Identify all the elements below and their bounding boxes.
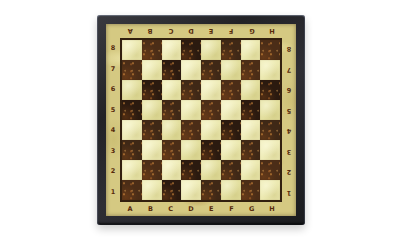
square-d7[interactable] — [181, 60, 201, 80]
square-h5[interactable] — [260, 100, 280, 120]
square-c1[interactable] — [162, 180, 182, 200]
rank-label-left: 5 — [106, 100, 120, 121]
square-g5[interactable] — [241, 100, 261, 120]
chessboard-coordinate-border: ABCDEFGH ABCDEFGH 87654321 87654321 — [106, 24, 296, 216]
file-label-top: C — [161, 24, 181, 38]
square-f7[interactable] — [221, 60, 241, 80]
file-label-top: H — [262, 24, 282, 38]
rank-label-right: 8 — [282, 38, 296, 59]
photo-background: ABCDEFGH ABCDEFGH 87654321 87654321 — [0, 0, 400, 240]
file-labels-bottom: ABCDEFGH — [120, 202, 282, 216]
file-label-top: A — [120, 24, 140, 38]
rank-label-left: 4 — [106, 120, 120, 141]
square-h7[interactable] — [260, 60, 280, 80]
rank-label-left: 1 — [106, 182, 120, 203]
square-e1[interactable] — [201, 180, 221, 200]
square-e5[interactable] — [201, 100, 221, 120]
square-b3[interactable] — [142, 140, 162, 160]
file-label-top: F — [221, 24, 241, 38]
file-label-bottom: B — [140, 202, 160, 216]
square-g7[interactable] — [241, 60, 261, 80]
square-e4[interactable] — [201, 120, 221, 140]
rank-label-right: 3 — [282, 141, 296, 162]
rank-label-left: 6 — [106, 79, 120, 100]
square-b4[interactable] — [142, 120, 162, 140]
square-a7[interactable] — [122, 60, 142, 80]
square-f2[interactable] — [221, 160, 241, 180]
file-label-bottom: H — [262, 202, 282, 216]
rank-label-left: 3 — [106, 141, 120, 162]
square-b7[interactable] — [142, 60, 162, 80]
rank-label-right: 4 — [282, 120, 296, 141]
square-d6[interactable] — [181, 80, 201, 100]
square-e8[interactable] — [201, 40, 221, 60]
file-label-top: D — [181, 24, 201, 38]
square-e7[interactable] — [201, 60, 221, 80]
square-d1[interactable] — [181, 180, 201, 200]
square-h2[interactable] — [260, 160, 280, 180]
file-label-top: E — [201, 24, 221, 38]
square-a6[interactable] — [122, 80, 142, 100]
rank-label-left: 8 — [106, 38, 120, 59]
file-label-bottom: G — [242, 202, 262, 216]
square-a2[interactable] — [122, 160, 142, 180]
square-h8[interactable] — [260, 40, 280, 60]
square-g4[interactable] — [241, 120, 261, 140]
square-g2[interactable] — [241, 160, 261, 180]
square-b2[interactable] — [142, 160, 162, 180]
rank-label-right: 2 — [282, 161, 296, 182]
square-h3[interactable] — [260, 140, 280, 160]
file-label-bottom: A — [120, 202, 140, 216]
square-c2[interactable] — [162, 160, 182, 180]
square-a1[interactable] — [122, 180, 142, 200]
rank-label-left: 2 — [106, 161, 120, 182]
rank-label-right: 1 — [282, 182, 296, 203]
square-b8[interactable] — [142, 40, 162, 60]
square-g6[interactable] — [241, 80, 261, 100]
square-c5[interactable] — [162, 100, 182, 120]
square-b1[interactable] — [142, 180, 162, 200]
chessboard-frame: ABCDEFGH ABCDEFGH 87654321 87654321 — [97, 15, 305, 225]
rank-labels-left: 87654321 — [106, 38, 120, 202]
square-d5[interactable] — [181, 100, 201, 120]
square-h6[interactable] — [260, 80, 280, 100]
rank-labels-right: 87654321 — [282, 38, 296, 202]
square-d8[interactable] — [181, 40, 201, 60]
file-label-bottom: E — [201, 202, 221, 216]
square-c4[interactable] — [162, 120, 182, 140]
square-a5[interactable] — [122, 100, 142, 120]
chessboard-grid — [120, 38, 282, 202]
square-d4[interactable] — [181, 120, 201, 140]
square-f1[interactable] — [221, 180, 241, 200]
square-c6[interactable] — [162, 80, 182, 100]
square-c7[interactable] — [162, 60, 182, 80]
file-label-bottom: C — [161, 202, 181, 216]
square-e3[interactable] — [201, 140, 221, 160]
file-labels-top: ABCDEFGH — [120, 24, 282, 38]
file-label-top: B — [140, 24, 160, 38]
file-label-bottom: F — [221, 202, 241, 216]
square-g8[interactable] — [241, 40, 261, 60]
rank-label-left: 7 — [106, 59, 120, 80]
square-b6[interactable] — [142, 80, 162, 100]
square-h4[interactable] — [260, 120, 280, 140]
square-f6[interactable] — [221, 80, 241, 100]
square-h1[interactable] — [260, 180, 280, 200]
rank-label-right: 6 — [282, 79, 296, 100]
square-g1[interactable] — [241, 180, 261, 200]
square-f8[interactable] — [221, 40, 241, 60]
square-f3[interactable] — [221, 140, 241, 160]
square-e6[interactable] — [201, 80, 221, 100]
square-d3[interactable] — [181, 140, 201, 160]
square-a8[interactable] — [122, 40, 142, 60]
square-b5[interactable] — [142, 100, 162, 120]
square-a4[interactable] — [122, 120, 142, 140]
square-f4[interactable] — [221, 120, 241, 140]
square-d2[interactable] — [181, 160, 201, 180]
square-c3[interactable] — [162, 140, 182, 160]
square-e2[interactable] — [201, 160, 221, 180]
square-f5[interactable] — [221, 100, 241, 120]
file-label-top: G — [242, 24, 262, 38]
file-label-bottom: D — [181, 202, 201, 216]
square-g3[interactable] — [241, 140, 261, 160]
rank-label-right: 7 — [282, 59, 296, 80]
square-a3[interactable] — [122, 140, 142, 160]
square-c8[interactable] — [162, 40, 182, 60]
rank-label-right: 5 — [282, 100, 296, 121]
